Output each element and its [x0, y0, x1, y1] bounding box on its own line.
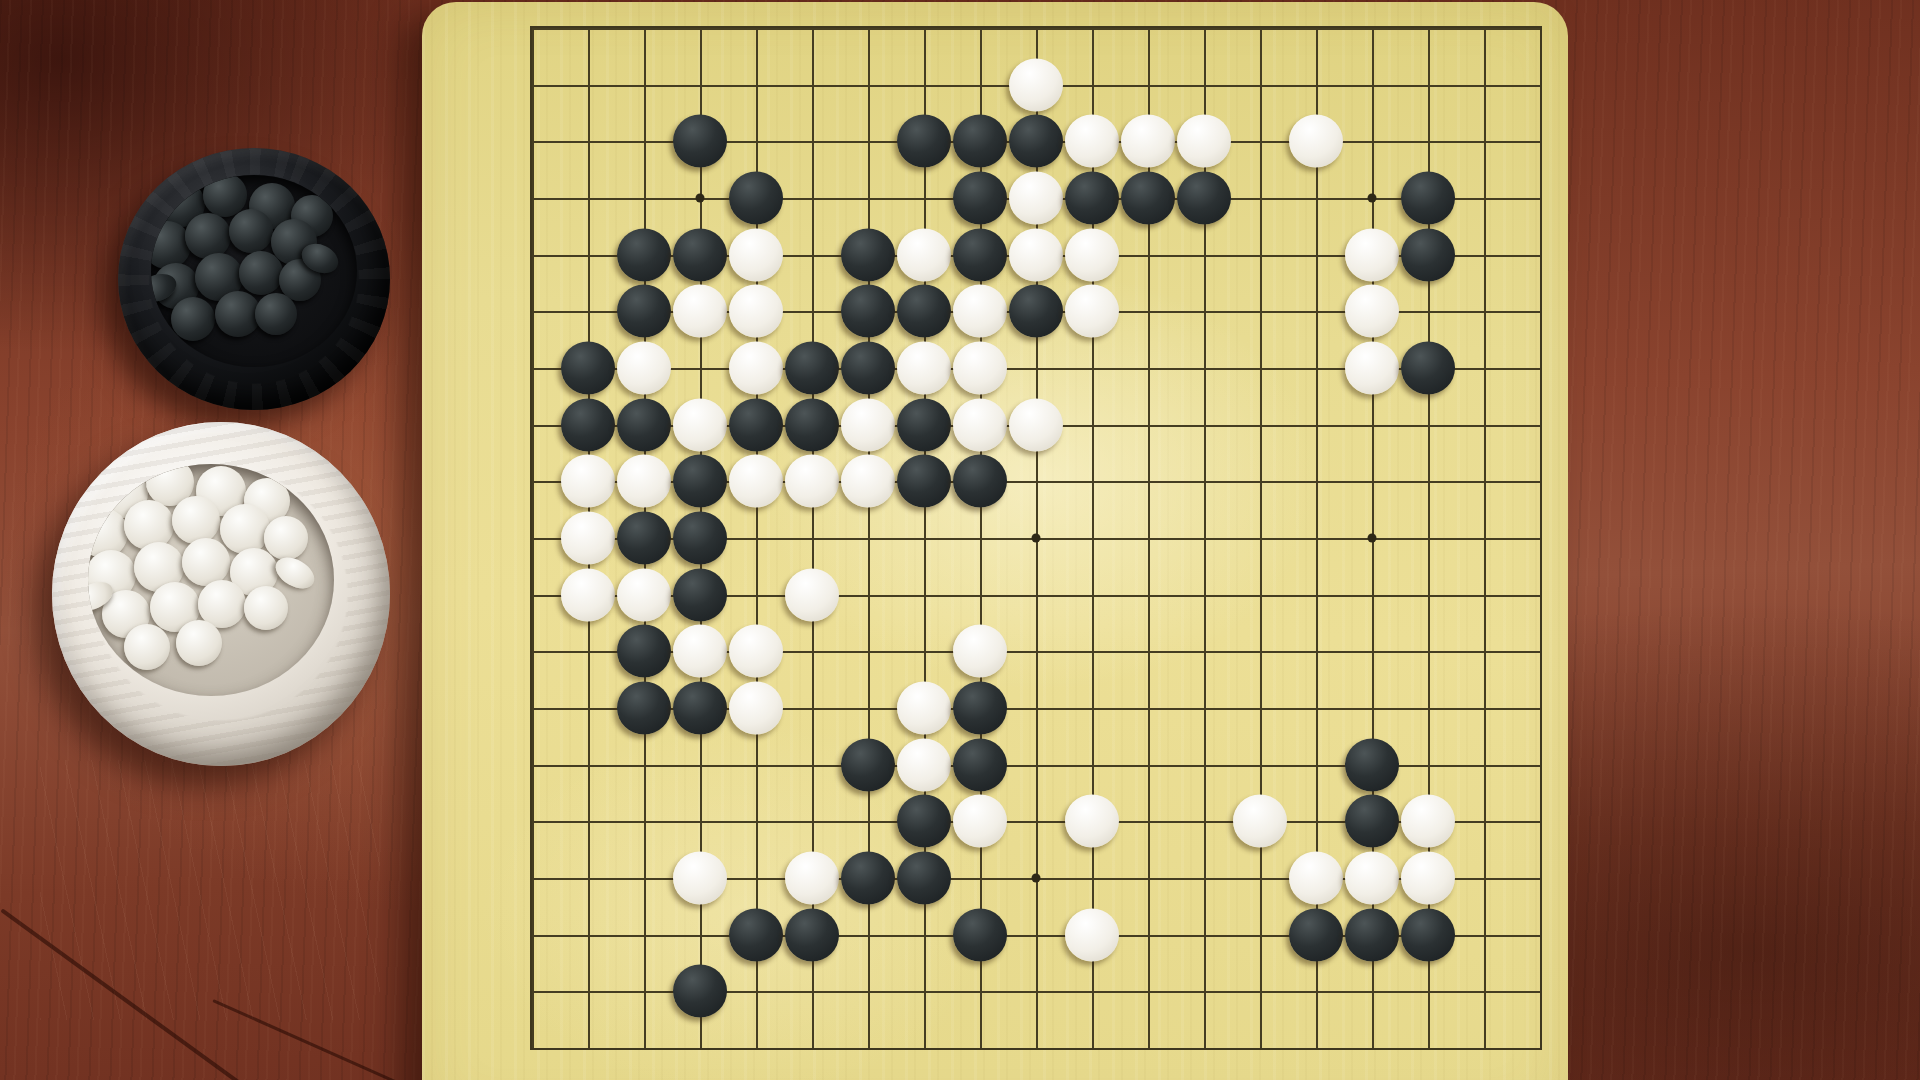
black-stone[interactable] [673, 568, 727, 621]
black-stone[interactable] [1009, 115, 1063, 168]
black-stone[interactable] [255, 293, 297, 335]
white-stone[interactable] [617, 342, 671, 395]
white-stone[interactable] [1065, 908, 1119, 961]
black-stone[interactable] [785, 342, 839, 395]
white-stone[interactable] [1065, 115, 1119, 168]
star-point [1032, 534, 1041, 543]
white-stone[interactable] [1009, 172, 1063, 225]
black-stone[interactable] [841, 738, 895, 791]
white-stone[interactable] [953, 285, 1007, 338]
black-stone[interactable] [239, 251, 283, 295]
white-stone[interactable] [124, 624, 170, 670]
black-stone[interactable] [841, 342, 895, 395]
star-point [1032, 874, 1041, 883]
white-stone[interactable] [1345, 285, 1399, 338]
black-stone[interactable] [897, 455, 951, 508]
black-stone[interactable] [1177, 172, 1231, 225]
white-stone[interactable] [1289, 852, 1343, 905]
white-stone[interactable] [673, 852, 727, 905]
black-stone[interactable] [1401, 172, 1455, 225]
black-stone[interactable] [617, 228, 671, 281]
white-stone[interactable] [1065, 795, 1119, 848]
white-stone[interactable] [1345, 852, 1399, 905]
black-stone[interactable] [841, 852, 895, 905]
white-stone[interactable] [176, 620, 222, 666]
black-stone[interactable] [1345, 738, 1399, 791]
black-stone[interactable] [1345, 908, 1399, 961]
white-stone[interactable] [617, 568, 671, 621]
black-stone[interactable] [617, 398, 671, 451]
star-point [1368, 194, 1377, 203]
white-stone[interactable] [841, 455, 895, 508]
black-stone[interactable] [617, 682, 671, 735]
white-stone[interactable] [617, 455, 671, 508]
black-stone[interactable] [897, 398, 951, 451]
white-stone[interactable] [1009, 58, 1063, 111]
black-stone[interactable] [185, 213, 231, 259]
black-stone[interactable] [1289, 908, 1343, 961]
white-stone[interactable] [729, 625, 783, 678]
black-stone[interactable] [785, 398, 839, 451]
black-stone[interactable] [673, 228, 727, 281]
black-stone[interactable] [673, 512, 727, 565]
black-stone[interactable] [841, 285, 895, 338]
white-stone[interactable] [785, 852, 839, 905]
white-stone[interactable] [953, 342, 1007, 395]
white-stone[interactable] [729, 228, 783, 281]
white-stone[interactable] [673, 285, 727, 338]
white-stone[interactable] [1345, 228, 1399, 281]
black-stone[interactable] [729, 398, 783, 451]
white-stone[interactable] [1289, 115, 1343, 168]
black-stone[interactable] [897, 115, 951, 168]
white-stone[interactable] [220, 504, 270, 554]
white-stone[interactable] [729, 342, 783, 395]
black-stone[interactable] [953, 115, 1007, 168]
white-stone[interactable] [182, 538, 230, 586]
black-stone[interactable] [171, 297, 215, 341]
black-stone[interactable] [953, 228, 1007, 281]
white-stone[interactable] [841, 398, 895, 451]
white-stone[interactable] [1009, 228, 1063, 281]
black-stone[interactable] [1401, 228, 1455, 281]
black-bowl-opening[interactable] [151, 175, 357, 367]
black-stone[interactable] [617, 625, 671, 678]
black-stone[interactable] [1401, 908, 1455, 961]
white-stone[interactable] [785, 568, 839, 621]
white-stone[interactable] [1065, 228, 1119, 281]
white-stone[interactable] [729, 682, 783, 735]
white-stone[interactable] [1401, 852, 1455, 905]
white-stone[interactable] [953, 398, 1007, 451]
wood-scratches [40, 760, 380, 1020]
white-stone[interactable] [729, 455, 783, 508]
white-stone[interactable] [264, 516, 308, 560]
white-stone[interactable] [1345, 342, 1399, 395]
white-stone[interactable] [897, 682, 951, 735]
white-stone[interactable] [897, 228, 951, 281]
black-stone[interactable] [897, 285, 951, 338]
white-stone[interactable] [897, 738, 951, 791]
white-stone-bowl[interactable] [52, 422, 390, 766]
black-stone[interactable] [729, 908, 783, 961]
black-stone[interactable] [953, 682, 1007, 735]
black-stone[interactable] [673, 455, 727, 508]
black-stone[interactable] [673, 115, 727, 168]
white-stone[interactable] [1065, 285, 1119, 338]
star-point [696, 194, 705, 203]
white-stone[interactable] [729, 285, 783, 338]
black-stone[interactable] [785, 908, 839, 961]
white-stone[interactable] [561, 512, 615, 565]
white-stone[interactable] [172, 496, 220, 544]
white-stone[interactable] [785, 455, 839, 508]
black-stone[interactable] [953, 172, 1007, 225]
black-stone[interactable] [1009, 285, 1063, 338]
white-stone[interactable] [673, 398, 727, 451]
black-stone[interactable] [1065, 172, 1119, 225]
black-stone[interactable] [1121, 172, 1175, 225]
black-stone[interactable] [1345, 795, 1399, 848]
star-point [1368, 534, 1377, 543]
black-stone[interactable] [953, 738, 1007, 791]
black-stone[interactable] [953, 455, 1007, 508]
white-bowl-opening[interactable] [88, 464, 334, 696]
black-stone[interactable] [561, 398, 615, 451]
white-stone[interactable] [953, 795, 1007, 848]
white-stone[interactable] [897, 342, 951, 395]
white-stone[interactable] [673, 625, 727, 678]
go-board-grid[interactable] [530, 26, 1542, 1050]
black-stone[interactable] [561, 342, 615, 395]
black-stone[interactable] [673, 965, 727, 1018]
black-stone[interactable] [1401, 342, 1455, 395]
black-stone[interactable] [617, 285, 671, 338]
black-stone[interactable] [229, 209, 273, 253]
black-stone[interactable] [673, 682, 727, 735]
black-stone[interactable] [617, 512, 671, 565]
white-stone[interactable] [244, 586, 288, 630]
white-stone[interactable] [1401, 795, 1455, 848]
white-stone[interactable] [1177, 115, 1231, 168]
white-stone[interactable] [1121, 115, 1175, 168]
table-scene [0, 0, 1920, 1080]
white-stone[interactable] [953, 625, 1007, 678]
black-stone-bowl[interactable] [118, 148, 390, 410]
black-stone[interactable] [897, 795, 951, 848]
white-stone[interactable] [1009, 398, 1063, 451]
white-stone[interactable] [561, 568, 615, 621]
black-stone[interactable] [897, 852, 951, 905]
white-stone[interactable] [561, 455, 615, 508]
black-stone[interactable] [841, 228, 895, 281]
black-stone[interactable] [729, 172, 783, 225]
white-stone[interactable] [1233, 795, 1287, 848]
black-stone[interactable] [953, 908, 1007, 961]
